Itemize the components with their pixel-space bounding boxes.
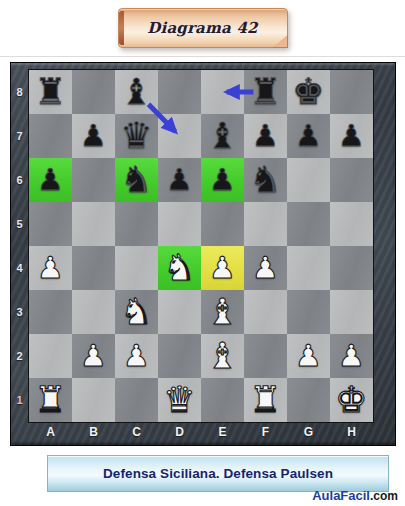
square-d8 (158, 70, 201, 114)
square-g3 (287, 290, 330, 334)
square-a6: ♟ (29, 158, 72, 202)
chess-board-frame: 87654321 ♜♝♜♚♟♛♝♟♟♟♟♞♟♟♞♟♞♟♟♞♝♟♟♝♟♟♜♛♜♚ … (10, 62, 396, 446)
divider-line (0, 56, 405, 57)
white-bishop-e3: ♝ (206, 290, 238, 334)
square-d2 (158, 334, 201, 378)
chess-board: ♜♝♜♚♟♛♝♟♟♟♟♞♟♟♞♟♞♟♟♞♝♟♟♝♟♟♜♛♜♚ (28, 69, 374, 423)
page-title: Diagrama 42 (147, 19, 257, 37)
square-b8 (72, 70, 115, 114)
square-c3: ♞ (115, 290, 158, 334)
black-bishop-c8: ♝ (120, 70, 152, 114)
black-knight-c6: ♞ (120, 158, 152, 202)
square-g7: ♟ (287, 114, 330, 158)
square-h8 (330, 70, 373, 114)
black-pawn-f7: ♟ (252, 114, 279, 158)
black-pawn-h7: ♟ (338, 114, 365, 158)
board-grid: ♜♝♜♚♟♛♝♟♟♟♟♞♟♟♞♟♞♟♟♞♝♟♟♝♟♟♜♛♜♚ (29, 70, 373, 422)
file-label-f: F (244, 421, 287, 445)
rank-label-4: 4 (11, 246, 28, 290)
rank-label-5: 5 (11, 202, 28, 246)
rank-label-7: 7 (11, 114, 28, 158)
square-a5 (29, 202, 72, 246)
banner-fold-corner (273, 35, 288, 48)
square-f4: ♟ (244, 246, 287, 290)
square-c4 (115, 246, 158, 290)
square-a2 (29, 334, 72, 378)
square-d5 (158, 202, 201, 246)
square-e1 (201, 378, 244, 422)
white-queen-d1: ♛ (163, 378, 195, 422)
black-pawn-g7: ♟ (295, 114, 322, 158)
white-rook-a1: ♜ (34, 378, 66, 422)
file-label-a: A (29, 421, 72, 445)
brand-suffix: .com (370, 489, 398, 503)
file-label-e: E (201, 421, 244, 445)
square-c1 (115, 378, 158, 422)
square-c2: ♟ (115, 334, 158, 378)
rank-label-3: 3 (11, 290, 28, 334)
black-rook-f8: ♜ (249, 70, 281, 114)
square-d6: ♟ (158, 158, 201, 202)
square-e3: ♝ (201, 290, 244, 334)
square-h2: ♟ (330, 334, 373, 378)
square-d1: ♛ (158, 378, 201, 422)
square-e4: ♟ (201, 246, 244, 290)
square-h7: ♟ (330, 114, 373, 158)
square-h5 (330, 202, 373, 246)
file-label-c: C (115, 421, 158, 445)
file-label-g: G (287, 421, 330, 445)
black-queen-c7: ♛ (120, 114, 152, 158)
black-knight-f6: ♞ (249, 158, 281, 202)
square-a4: ♟ (29, 246, 72, 290)
white-pawn-f4: ♟ (252, 246, 279, 290)
title-banner: Diagrama 42 (118, 8, 288, 48)
white-knight-c3: ♞ (120, 290, 152, 334)
square-b4 (72, 246, 115, 290)
square-d4: ♞ (158, 246, 201, 290)
white-pawn-e4: ♟ (209, 246, 236, 290)
square-f6: ♞ (244, 158, 287, 202)
black-bishop-e7: ♝ (206, 114, 238, 158)
square-c7: ♛ (115, 114, 158, 158)
square-e8 (201, 70, 244, 114)
file-label-d: D (158, 421, 201, 445)
square-e7: ♝ (201, 114, 244, 158)
white-pawn-g2: ♟ (295, 334, 322, 378)
square-f5 (244, 202, 287, 246)
square-f2 (244, 334, 287, 378)
square-h3 (330, 290, 373, 334)
black-rook-a8: ♜ (34, 70, 66, 114)
square-a7 (29, 114, 72, 158)
white-knight-d4: ♞ (163, 246, 195, 290)
square-g2: ♟ (287, 334, 330, 378)
square-d3 (158, 290, 201, 334)
square-a1: ♜ (29, 378, 72, 422)
rank-label-8: 8 (11, 70, 28, 114)
brand-name: AulaFacil (312, 488, 370, 503)
square-a8: ♜ (29, 70, 72, 114)
rank-label-6: 6 (11, 158, 28, 202)
black-pawn-a6: ♟ (37, 158, 64, 202)
square-f3 (244, 290, 287, 334)
opening-name-label: Defensa Siciliana. Defensa Paulsen (103, 466, 333, 481)
square-b5 (72, 202, 115, 246)
square-d7 (158, 114, 201, 158)
square-f1: ♜ (244, 378, 287, 422)
square-g6 (287, 158, 330, 202)
white-pawn-b2: ♟ (80, 334, 107, 378)
square-f8: ♜ (244, 70, 287, 114)
black-pawn-b7: ♟ (80, 114, 107, 158)
site-branding: AulaFacil.com (312, 488, 398, 503)
file-label-h: H (330, 421, 373, 445)
rank-labels: 87654321 (11, 70, 28, 422)
rank-label-2: 2 (11, 334, 28, 378)
black-pawn-e6: ♟ (209, 158, 236, 202)
white-pawn-h2: ♟ (338, 334, 365, 378)
square-g8: ♚ (287, 70, 330, 114)
square-g4 (287, 246, 330, 290)
square-e6: ♟ (201, 158, 244, 202)
square-e5 (201, 202, 244, 246)
black-king-g8: ♚ (292, 70, 324, 114)
rank-label-1: 1 (11, 378, 28, 422)
square-h6 (330, 158, 373, 202)
white-bishop-e2: ♝ (206, 334, 238, 378)
square-h4 (330, 246, 373, 290)
square-b6 (72, 158, 115, 202)
file-label-b: B (72, 421, 115, 445)
caption-bar: Defensa Siciliana. Defensa Paulsen (47, 455, 389, 492)
square-c6: ♞ (115, 158, 158, 202)
square-b7: ♟ (72, 114, 115, 158)
square-g5 (287, 202, 330, 246)
square-h1: ♚ (330, 378, 373, 422)
square-c5 (115, 202, 158, 246)
square-c8: ♝ (115, 70, 158, 114)
white-pawn-c2: ♟ (123, 334, 150, 378)
square-b3 (72, 290, 115, 334)
square-e2: ♝ (201, 334, 244, 378)
square-a3 (29, 290, 72, 334)
white-rook-f1: ♜ (249, 378, 281, 422)
file-labels: ABCDEFGH (29, 421, 373, 445)
white-pawn-a4: ♟ (37, 246, 64, 290)
white-king-h1: ♚ (335, 378, 367, 422)
square-f7: ♟ (244, 114, 287, 158)
square-b1 (72, 378, 115, 422)
black-pawn-d6: ♟ (166, 158, 193, 202)
square-g1 (287, 378, 330, 422)
square-b2: ♟ (72, 334, 115, 378)
